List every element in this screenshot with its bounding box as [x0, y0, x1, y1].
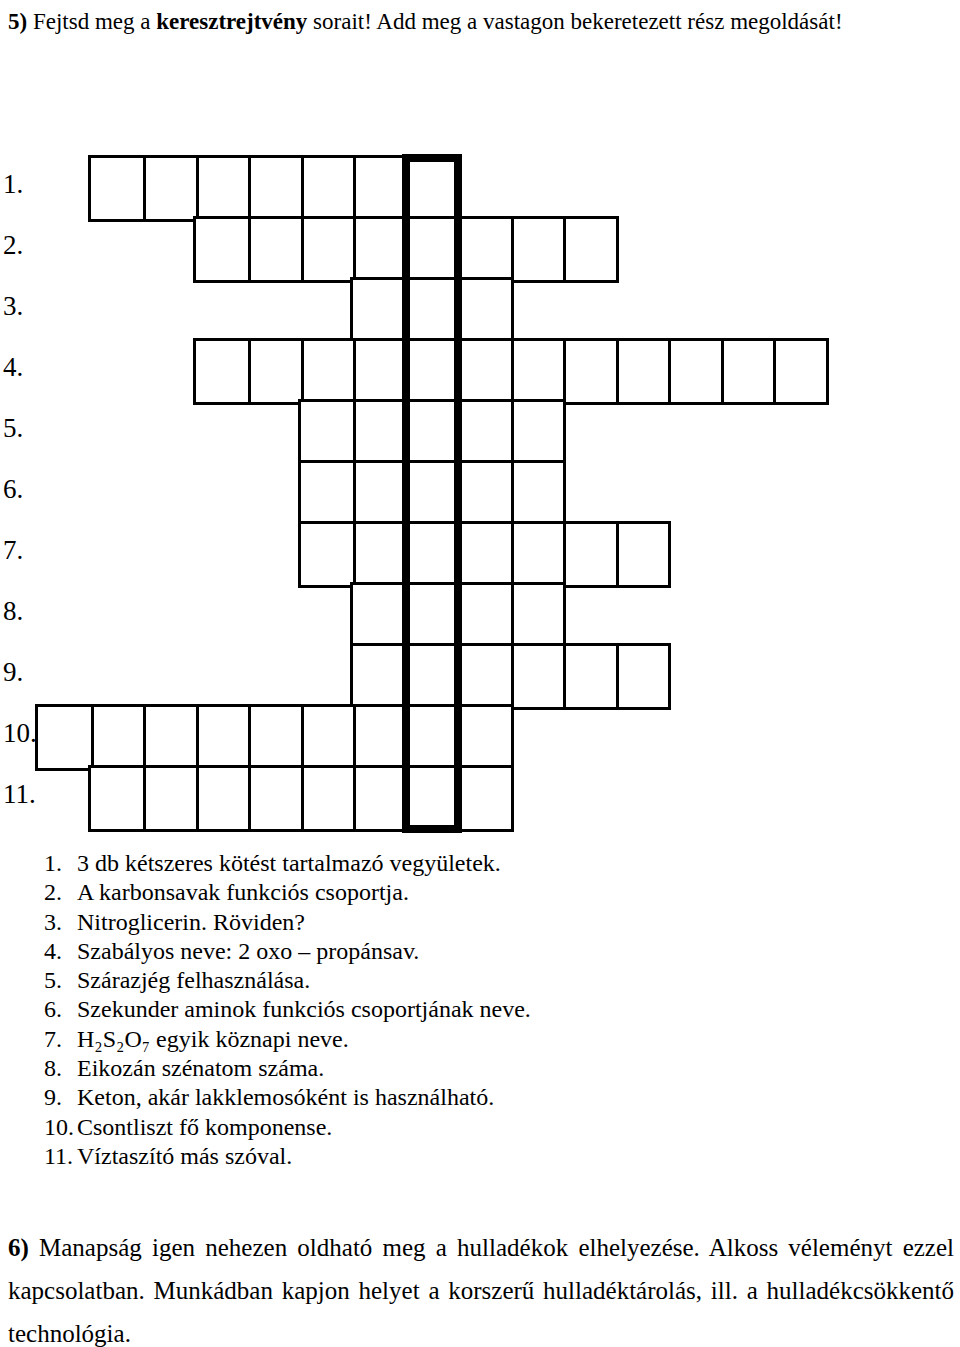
cell-r8-c9 — [458, 585, 511, 646]
cell-r8-c7 — [353, 585, 406, 646]
cell-r5-c10 — [511, 402, 564, 463]
crossword-row-9 — [350, 643, 671, 710]
crossword-row-8 — [350, 582, 566, 649]
cell-r11-c9 — [458, 768, 511, 829]
crossword-grid: 1.2.3.4.5.6.7.8.9.10.11. — [0, 0, 960, 840]
cell-r10-c4 — [196, 707, 249, 768]
cell-r10-c6 — [301, 707, 354, 768]
cell-r4-c9 — [458, 341, 511, 402]
clue-list: 1.3 db kétszeres kötést tartalmazó vegyü… — [44, 849, 531, 1171]
cell-r11-c2 — [91, 768, 144, 829]
cell-r4-c7 — [353, 341, 406, 402]
clue-2: 2.A karbonsavak funkciós csoportja. — [44, 878, 531, 907]
row-label-5: 5. — [3, 402, 45, 463]
cell-r9-c10 — [511, 646, 564, 707]
cell-r2-c4 — [196, 219, 249, 280]
clue-number: 7. — [44, 1025, 77, 1054]
task6-text: Manapság igen nehezen oldható meg a hull… — [8, 1234, 954, 1347]
crossword-row-3 — [350, 277, 514, 344]
cell-r11-c4 — [196, 768, 249, 829]
row-label-9: 9. — [3, 646, 45, 707]
solution-cell-r8-c8 — [406, 585, 459, 646]
clue-number: 1. — [44, 849, 77, 878]
cell-r11-c7 — [353, 768, 406, 829]
crossword-row-1 — [88, 155, 462, 222]
clue-7: 7.H₂S₂O₇ egyik köznapi neve. — [44, 1025, 531, 1054]
cell-r4-c15 — [773, 341, 826, 402]
row-label-7: 7. — [3, 524, 45, 585]
clue-1: 1.3 db kétszeres kötést tartalmazó vegyü… — [44, 849, 531, 878]
cell-r1-c5 — [248, 158, 301, 219]
clue-number: 6. — [44, 995, 77, 1024]
cell-r6-c7 — [353, 463, 406, 524]
cell-r4-c14 — [721, 341, 774, 402]
cell-r1-c7 — [353, 158, 406, 219]
row-label-8: 8. — [3, 585, 45, 646]
cell-r5-c7 — [353, 402, 406, 463]
cell-r7-c12 — [616, 524, 669, 585]
cell-r4-c5 — [248, 341, 301, 402]
cell-r10-c9 — [458, 707, 511, 768]
cell-r1-c4 — [196, 158, 249, 219]
clue-text: Szárazjég felhasználása. — [77, 966, 310, 995]
cell-r9-c9 — [458, 646, 511, 707]
solution-cell-r3-c8 — [406, 280, 459, 341]
cell-r2-c7 — [353, 219, 406, 280]
clue-number: 10. — [44, 1113, 77, 1142]
clue-text: Keton, akár lakklemosóként is használhat… — [77, 1083, 494, 1112]
cell-r6-c6 — [301, 463, 354, 524]
solution-cell-r1-c8 — [406, 158, 459, 219]
clue-text: H₂S₂O₇ egyik köznapi neve. — [77, 1025, 349, 1054]
row-label-6: 6. — [3, 463, 45, 524]
crossword-row-4 — [193, 338, 829, 405]
clue-number: 5. — [44, 966, 77, 995]
task6-paragraph: 6) Manapság igen nehezen oldható meg a h… — [8, 1226, 954, 1347]
cell-r8-c10 — [511, 585, 564, 646]
cell-r7-c6 — [301, 524, 354, 585]
solution-cell-r4-c8 — [406, 341, 459, 402]
clue-number: 9. — [44, 1083, 77, 1112]
crossword-row-7 — [298, 521, 672, 588]
crossword-row-10 — [35, 704, 514, 771]
cell-r4-c12 — [616, 341, 669, 402]
solution-cell-r6-c8 — [406, 463, 459, 524]
cell-r9-c11 — [563, 646, 616, 707]
row-label-3: 3. — [3, 280, 45, 341]
row-label-4: 4. — [3, 341, 45, 402]
cell-r9-c7 — [353, 646, 406, 707]
row-label-2: 2. — [3, 219, 45, 280]
cell-r2-c6 — [301, 219, 354, 280]
cell-r5-c9 — [458, 402, 511, 463]
cell-r4-c13 — [668, 341, 721, 402]
solution-cell-r5-c8 — [406, 402, 459, 463]
crossword-row-2 — [193, 216, 619, 283]
clue-number: 8. — [44, 1054, 77, 1083]
clue-number: 11. — [44, 1142, 77, 1171]
cell-r3-c9 — [458, 280, 511, 341]
clue-3: 3.Nitroglicerin. Röviden? — [44, 908, 531, 937]
cell-r4-c4 — [196, 341, 249, 402]
solution-cell-r10-c8 — [406, 707, 459, 768]
cell-r2-c11 — [563, 219, 616, 280]
clue-text: 3 db kétszeres kötést tartalmazó vegyüle… — [77, 849, 501, 878]
cell-r10-c5 — [248, 707, 301, 768]
cell-r11-c5 — [248, 768, 301, 829]
cell-r2-c5 — [248, 219, 301, 280]
row-label-1: 1. — [3, 158, 45, 219]
cell-r7-c10 — [511, 524, 564, 585]
cell-r6-c9 — [458, 463, 511, 524]
cell-r10-c7 — [353, 707, 406, 768]
solution-cell-r2-c8 — [406, 219, 459, 280]
cell-r4-c11 — [563, 341, 616, 402]
clue-4: 4.Szabályos neve: 2 oxo – propánsav. — [44, 937, 531, 966]
cell-r3-c7 — [353, 280, 406, 341]
solution-cell-r9-c8 — [406, 646, 459, 707]
cell-r4-c6 — [301, 341, 354, 402]
clue-number: 4. — [44, 937, 77, 966]
clue-9: 9.Keton, akár lakklemosóként is használh… — [44, 1083, 531, 1112]
cell-r9-c12 — [616, 646, 669, 707]
clue-10: 10.Csontliszt fő komponense. — [44, 1113, 531, 1142]
cell-r4-c10 — [511, 341, 564, 402]
solution-cell-r7-c8 — [406, 524, 459, 585]
clue-8: 8.Eikozán szénatom száma. — [44, 1054, 531, 1083]
cell-r11-c3 — [143, 768, 196, 829]
crossword-row-6 — [298, 460, 567, 527]
cell-r1-c2 — [91, 158, 144, 219]
cell-r2-c10 — [511, 219, 564, 280]
cell-r1-c3 — [143, 158, 196, 219]
clue-6: 6.Szekunder aminok funkciós csoportjának… — [44, 995, 531, 1024]
cell-r10-c2 — [91, 707, 144, 768]
clue-text: Csontliszt fő komponense. — [77, 1113, 332, 1142]
worksheet-page: 5) Fejtsd meg a keresztrejtvény sorait! … — [0, 0, 960, 1347]
cell-r7-c11 — [563, 524, 616, 585]
cell-r5-c6 — [301, 402, 354, 463]
cell-r2-c9 — [458, 219, 511, 280]
clue-text: A karbonsavak funkciós csoportja. — [77, 878, 409, 907]
clue-number: 3. — [44, 908, 77, 937]
clue-number: 2. — [44, 878, 77, 907]
clue-text: Szabályos neve: 2 oxo – propánsav. — [77, 937, 419, 966]
clue-text: Szekunder aminok funkciós csoportjának n… — [77, 995, 531, 1024]
clue-11: 11.Víztaszító más szóval. — [44, 1142, 531, 1171]
crossword-row-5 — [298, 399, 567, 466]
solution-cell-r11-c8 — [406, 768, 459, 829]
clue-5: 5.Szárazjég felhasználása. — [44, 966, 531, 995]
row-label-11: 11. — [3, 768, 45, 829]
clue-text: Víztaszító más szóval. — [77, 1142, 292, 1171]
task6-number: 6) — [8, 1234, 29, 1261]
cell-r6-c10 — [511, 463, 564, 524]
cell-r7-c9 — [458, 524, 511, 585]
clue-text: Eikozán szénatom száma. — [77, 1054, 324, 1083]
crossword-row-11 — [88, 765, 514, 832]
cell-r10-c1 — [38, 707, 91, 768]
cell-r11-c6 — [301, 768, 354, 829]
cell-r1-c6 — [301, 158, 354, 219]
cell-r10-c3 — [143, 707, 196, 768]
clue-text: Nitroglicerin. Röviden? — [77, 908, 305, 937]
cell-r7-c7 — [353, 524, 406, 585]
